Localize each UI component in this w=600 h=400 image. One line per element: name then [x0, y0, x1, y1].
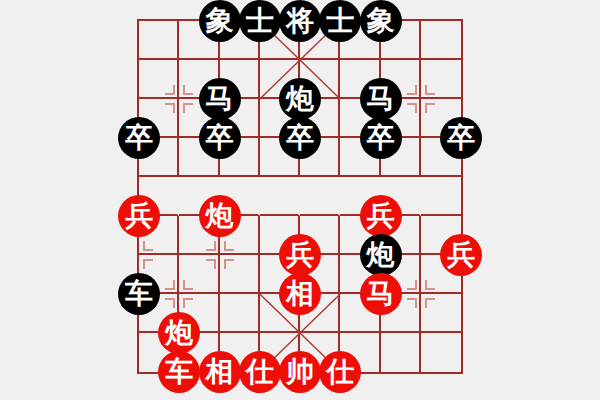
- point-marker: [206, 241, 216, 251]
- piece-red-advisor[interactable]: 仕: [319, 351, 361, 393]
- point-marker: [425, 85, 435, 95]
- piece-red-elephant[interactable]: 相: [199, 351, 241, 393]
- piece-black-cannon[interactable]: 炮: [360, 234, 402, 276]
- point-marker: [165, 298, 175, 308]
- piece-red-general[interactable]: 帅: [279, 351, 321, 393]
- point-marker: [206, 259, 216, 269]
- piece-black-chariot[interactable]: 车: [118, 273, 160, 315]
- piece-red-horse[interactable]: 马: [360, 273, 402, 315]
- point-marker: [183, 280, 193, 290]
- piece-red-soldier[interactable]: 兵: [360, 195, 402, 237]
- point-marker: [183, 103, 193, 113]
- point-marker: [224, 241, 234, 251]
- piece-black-general[interactable]: 将: [279, 0, 321, 42]
- piece-red-soldier[interactable]: 兵: [440, 234, 482, 276]
- point-marker: [407, 298, 417, 308]
- point-marker: [407, 85, 417, 95]
- piece-red-soldier[interactable]: 兵: [279, 234, 321, 276]
- point-marker: [143, 259, 153, 269]
- point-marker: [165, 85, 175, 95]
- piece-black-soldier[interactable]: 卒: [199, 117, 241, 159]
- point-marker: [224, 259, 234, 269]
- point-marker: [425, 298, 435, 308]
- point-marker: [425, 103, 435, 113]
- piece-black-soldier[interactable]: 卒: [440, 117, 482, 159]
- piece-red-cannon[interactable]: 炮: [158, 312, 200, 354]
- point-marker: [165, 103, 175, 113]
- piece-black-elephant[interactable]: 象: [199, 0, 241, 42]
- point-marker: [183, 85, 193, 95]
- point-marker: [183, 298, 193, 308]
- piece-red-chariot[interactable]: 车: [158, 351, 200, 393]
- piece-black-soldier[interactable]: 卒: [360, 117, 402, 159]
- xiangqi-board: 象士将士象马炮马卒卒卒卒卒兵炮兵兵炮兵车相马炮车相仕帅仕: [0, 0, 600, 400]
- piece-red-advisor[interactable]: 仕: [239, 351, 281, 393]
- point-marker: [407, 103, 417, 113]
- piece-red-soldier[interactable]: 兵: [118, 195, 160, 237]
- piece-black-soldier[interactable]: 卒: [279, 117, 321, 159]
- piece-black-horse[interactable]: 马: [360, 78, 402, 120]
- piece-black-horse[interactable]: 马: [199, 78, 241, 120]
- piece-red-elephant[interactable]: 相: [279, 273, 321, 315]
- point-marker: [143, 241, 153, 251]
- point-marker: [425, 280, 435, 290]
- point-marker: [165, 280, 175, 290]
- piece-black-cannon[interactable]: 炮: [279, 78, 321, 120]
- piece-black-advisor[interactable]: 士: [319, 0, 361, 42]
- piece-black-elephant[interactable]: 象: [360, 0, 402, 42]
- piece-red-cannon[interactable]: 炮: [199, 195, 241, 237]
- palace-diagonals: [0, 0, 600, 400]
- point-marker: [407, 280, 417, 290]
- piece-black-soldier[interactable]: 卒: [118, 117, 160, 159]
- piece-black-advisor[interactable]: 士: [239, 0, 281, 42]
